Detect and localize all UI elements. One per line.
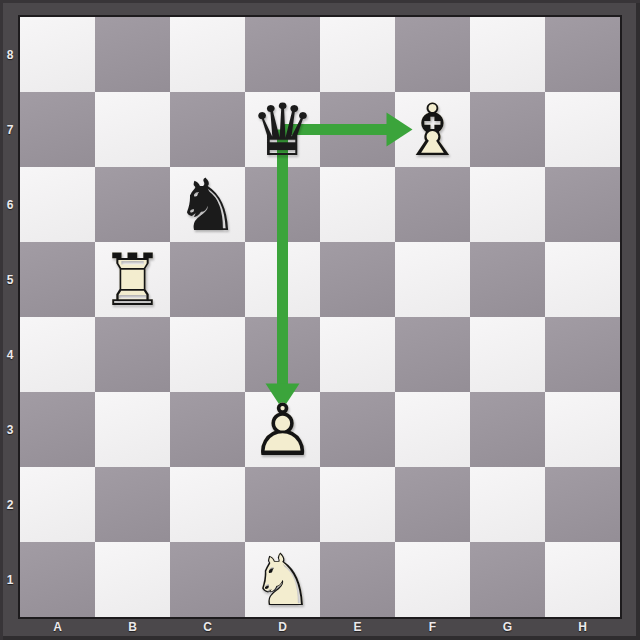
square-c5[interactable] — [170, 242, 245, 317]
rank-label-7: 7 — [0, 92, 20, 167]
piece-white-pawn-d3[interactable]: ♟♙ — [245, 392, 320, 467]
black-queen-glyph: ♛ — [250, 92, 315, 167]
square-f5[interactable] — [395, 242, 470, 317]
file-label-c: C — [170, 617, 245, 637]
square-g8[interactable] — [470, 17, 545, 92]
square-d6[interactable] — [245, 167, 320, 242]
square-d2[interactable] — [245, 467, 320, 542]
square-e3[interactable] — [320, 392, 395, 467]
square-f3[interactable] — [395, 392, 470, 467]
square-f4[interactable] — [395, 317, 470, 392]
square-c3[interactable] — [170, 392, 245, 467]
square-g7[interactable] — [470, 92, 545, 167]
square-h6[interactable] — [545, 167, 620, 242]
square-h8[interactable] — [545, 17, 620, 92]
file-label-f: F — [395, 617, 470, 637]
square-d8[interactable] — [245, 17, 320, 92]
square-f8[interactable] — [395, 17, 470, 92]
file-label-h: H — [545, 617, 620, 637]
square-a5[interactable] — [20, 242, 95, 317]
white-pawn-outline-glyph: ♙ — [250, 392, 315, 467]
square-d4[interactable] — [245, 317, 320, 392]
piece-black-knight-c6[interactable]: ♞ — [170, 167, 245, 242]
square-c4[interactable] — [170, 317, 245, 392]
square-f6[interactable] — [395, 167, 470, 242]
white-rook-outline-glyph: ♖ — [100, 242, 165, 317]
square-c1[interactable] — [170, 542, 245, 617]
square-h4[interactable] — [545, 317, 620, 392]
square-b2[interactable] — [95, 467, 170, 542]
square-a8[interactable] — [20, 17, 95, 92]
square-g3[interactable] — [470, 392, 545, 467]
rank-label-2: 2 — [0, 467, 20, 542]
square-e4[interactable] — [320, 317, 395, 392]
file-label-a: A — [20, 617, 95, 637]
square-g2[interactable] — [470, 467, 545, 542]
square-a6[interactable] — [20, 167, 95, 242]
square-a3[interactable] — [20, 392, 95, 467]
chess-board: ♛♝♗♞♜♖♟♙♞♘ — [20, 17, 620, 617]
square-h7[interactable] — [545, 92, 620, 167]
square-e5[interactable] — [320, 242, 395, 317]
square-f2[interactable] — [395, 467, 470, 542]
square-a7[interactable] — [20, 92, 95, 167]
square-f1[interactable] — [395, 542, 470, 617]
square-g4[interactable] — [470, 317, 545, 392]
square-e6[interactable] — [320, 167, 395, 242]
file-labels: ABCDEFGH — [20, 617, 620, 637]
square-b7[interactable] — [95, 92, 170, 167]
rank-label-5: 5 — [0, 242, 20, 317]
rank-labels: 87654321 — [0, 17, 20, 617]
rank-label-4: 4 — [0, 317, 20, 392]
square-b8[interactable] — [95, 17, 170, 92]
white-knight-outline-glyph: ♘ — [250, 542, 315, 617]
square-h1[interactable] — [545, 542, 620, 617]
piece-white-knight-d1[interactable]: ♞♘ — [245, 542, 320, 617]
square-d5[interactable] — [245, 242, 320, 317]
black-knight-glyph: ♞ — [175, 167, 240, 242]
square-a1[interactable] — [20, 542, 95, 617]
square-c8[interactable] — [170, 17, 245, 92]
square-e2[interactable] — [320, 467, 395, 542]
square-a2[interactable] — [20, 467, 95, 542]
file-label-d: D — [245, 617, 320, 637]
piece-white-rook-b5[interactable]: ♜♖ — [95, 242, 170, 317]
square-a4[interactable] — [20, 317, 95, 392]
chess-board-frame: 87654321 ABCDEFGH ♛♝♗♞♜♖♟♙♞♘ — [0, 0, 640, 640]
rank-label-6: 6 — [0, 167, 20, 242]
square-g1[interactable] — [470, 542, 545, 617]
square-b4[interactable] — [95, 317, 170, 392]
square-g6[interactable] — [470, 167, 545, 242]
square-h5[interactable] — [545, 242, 620, 317]
square-e8[interactable] — [320, 17, 395, 92]
square-c2[interactable] — [170, 467, 245, 542]
file-label-b: B — [95, 617, 170, 637]
rank-label-1: 1 — [0, 542, 20, 617]
square-e7[interactable] — [320, 92, 395, 167]
white-bishop-outline-glyph: ♗ — [400, 92, 465, 167]
square-g5[interactable] — [470, 242, 545, 317]
square-h2[interactable] — [545, 467, 620, 542]
square-e1[interactable] — [320, 542, 395, 617]
rank-label-8: 8 — [0, 17, 20, 92]
square-h3[interactable] — [545, 392, 620, 467]
piece-black-queen-d7[interactable]: ♛ — [245, 92, 320, 167]
piece-white-bishop-f7[interactable]: ♝♗ — [395, 92, 470, 167]
square-c7[interactable] — [170, 92, 245, 167]
file-label-e: E — [320, 617, 395, 637]
square-b6[interactable] — [95, 167, 170, 242]
file-label-g: G — [470, 617, 545, 637]
rank-label-3: 3 — [0, 392, 20, 467]
square-b3[interactable] — [95, 392, 170, 467]
square-b1[interactable] — [95, 542, 170, 617]
